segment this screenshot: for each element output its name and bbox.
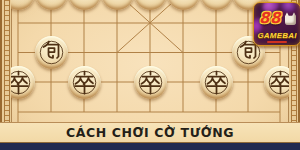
piece-character-卒 <box>138 70 163 95</box>
logo-red-accent <box>267 41 287 43</box>
logo-name: GAMEBAI <box>254 31 300 40</box>
purple-flame-icon <box>279 2 298 14</box>
screenshot-root: CÁCH CHƠI CỜ TƯỚNG 88 GAMEBAI <box>0 0 300 150</box>
piece-black-soldier[interactable] <box>134 66 167 99</box>
bottom-navy-bar <box>0 143 300 150</box>
gamebai-logo[interactable]: 88 GAMEBAI <box>253 2 300 46</box>
piece-character-卒 <box>204 70 229 95</box>
piece-black-soldier[interactable] <box>200 66 233 99</box>
cat-icon <box>285 12 296 25</box>
piece-character-卒 <box>72 70 97 95</box>
banner-title: CÁCH CHƠI CỜ TƯỚNG <box>66 125 234 140</box>
logo-number: 88 <box>259 9 281 27</box>
piece-character-包 <box>39 40 64 65</box>
piece-black-cannon[interactable] <box>35 36 68 69</box>
piece-black-soldier[interactable] <box>68 66 101 99</box>
title-banner: CÁCH CHƠI CỜ TƯỚNG <box>0 122 300 143</box>
